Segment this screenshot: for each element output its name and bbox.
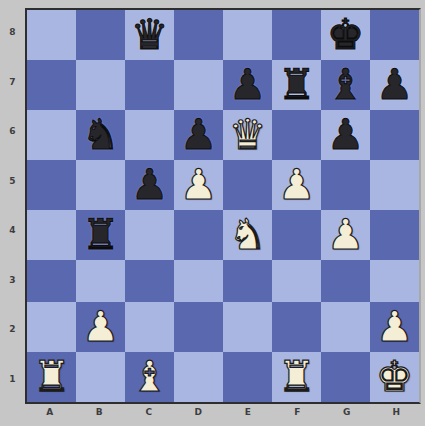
chess-board: ♛♚♟♜♝♟♞♟♛♟♟♟♟♜♞♟♟♟♜♝♜♚ <box>25 8 421 404</box>
square-h2[interactable]: ♟ <box>370 302 419 352</box>
square-h1[interactable]: ♚ <box>370 352 419 402</box>
square-c3[interactable] <box>125 260 174 302</box>
piece-black-rook-f7[interactable]: ♜ <box>272 60 321 110</box>
square-e8[interactable] <box>223 10 272 60</box>
piece-white-pawn-h2[interactable]: ♟ <box>370 302 419 352</box>
piece-black-bishop-g7[interactable]: ♝ <box>321 60 370 110</box>
square-a2[interactable] <box>27 302 76 352</box>
square-f4[interactable] <box>272 210 321 260</box>
square-e3[interactable] <box>223 260 272 302</box>
piece-white-queen-e6[interactable]: ♛ <box>223 110 272 160</box>
square-b1[interactable] <box>76 352 125 402</box>
square-g5[interactable] <box>321 160 370 210</box>
file-label-b: B <box>75 404 125 424</box>
rank-label-6: 6 <box>0 107 25 157</box>
square-f3[interactable] <box>272 260 321 302</box>
square-e2[interactable] <box>223 302 272 352</box>
square-c4[interactable] <box>125 210 174 260</box>
rank-label-1: 1 <box>0 355 25 405</box>
square-e1[interactable] <box>223 352 272 402</box>
piece-white-knight-e4[interactable]: ♞ <box>223 210 272 260</box>
rank-label-3: 3 <box>0 256 25 306</box>
rank-label-2: 2 <box>0 305 25 355</box>
square-c6[interactable] <box>125 110 174 160</box>
square-c8[interactable]: ♛ <box>125 10 174 60</box>
square-c7[interactable] <box>125 60 174 110</box>
square-d8[interactable] <box>174 10 223 60</box>
piece-black-knight-b6[interactable]: ♞ <box>76 110 125 160</box>
piece-black-pawn-e7[interactable]: ♟ <box>223 60 272 110</box>
piece-white-pawn-f5[interactable]: ♟ <box>272 160 321 210</box>
square-f2[interactable] <box>272 302 321 352</box>
piece-black-rook-b4[interactable]: ♜ <box>76 210 125 260</box>
piece-black-pawn-h7[interactable]: ♟ <box>370 60 419 110</box>
piece-white-rook-a1[interactable]: ♜ <box>27 352 76 402</box>
square-a6[interactable] <box>27 110 76 160</box>
square-c1[interactable]: ♝ <box>125 352 174 402</box>
square-h5[interactable] <box>370 160 419 210</box>
square-a4[interactable] <box>27 210 76 260</box>
piece-white-pawn-b2[interactable]: ♟ <box>76 302 125 352</box>
file-label-c: C <box>124 404 174 424</box>
square-e4[interactable]: ♞ <box>223 210 272 260</box>
square-g8[interactable]: ♚ <box>321 10 370 60</box>
square-h6[interactable] <box>370 110 419 160</box>
piece-black-queen-c8[interactable]: ♛ <box>125 10 174 60</box>
piece-white-pawn-g4[interactable]: ♟ <box>321 210 370 260</box>
square-c5[interactable]: ♟ <box>125 160 174 210</box>
file-label-f: F <box>273 404 323 424</box>
piece-black-king-g8[interactable]: ♚ <box>321 10 370 60</box>
square-b2[interactable]: ♟ <box>76 302 125 352</box>
square-a8[interactable] <box>27 10 76 60</box>
square-d7[interactable] <box>174 60 223 110</box>
chess-board-window: 87654321 ♛♚♟♜♝♟♞♟♛♟♟♟♟♜♞♟♟♟♜♝♜♚ ABCDEFGH <box>0 0 425 426</box>
square-f6[interactable] <box>272 110 321 160</box>
piece-black-pawn-c5[interactable]: ♟ <box>125 160 174 210</box>
square-f5[interactable]: ♟ <box>272 160 321 210</box>
piece-black-pawn-d6[interactable]: ♟ <box>174 110 223 160</box>
square-g7[interactable]: ♝ <box>321 60 370 110</box>
square-b8[interactable] <box>76 10 125 60</box>
square-h7[interactable]: ♟ <box>370 60 419 110</box>
square-a1[interactable]: ♜ <box>27 352 76 402</box>
square-g2[interactable] <box>321 302 370 352</box>
square-h8[interactable] <box>370 10 419 60</box>
square-d4[interactable] <box>174 210 223 260</box>
square-e6[interactable]: ♛ <box>223 110 272 160</box>
square-f8[interactable] <box>272 10 321 60</box>
square-h3[interactable] <box>370 260 419 302</box>
piece-black-pawn-g6[interactable]: ♟ <box>321 110 370 160</box>
rank-label-4: 4 <box>0 206 25 256</box>
square-g1[interactable] <box>321 352 370 402</box>
square-f7[interactable]: ♜ <box>272 60 321 110</box>
square-d6[interactable]: ♟ <box>174 110 223 160</box>
square-d1[interactable] <box>174 352 223 402</box>
file-label-e: E <box>223 404 273 424</box>
square-b5[interactable] <box>76 160 125 210</box>
square-d2[interactable] <box>174 302 223 352</box>
square-a5[interactable] <box>27 160 76 210</box>
file-label-a: A <box>25 404 75 424</box>
square-c2[interactable] <box>125 302 174 352</box>
rank-label-5: 5 <box>0 157 25 207</box>
file-label-d: D <box>174 404 224 424</box>
square-b7[interactable] <box>76 60 125 110</box>
square-e5[interactable] <box>223 160 272 210</box>
square-a7[interactable] <box>27 60 76 110</box>
square-d5[interactable]: ♟ <box>174 160 223 210</box>
file-labels: ABCDEFGH <box>25 404 421 424</box>
square-g3[interactable] <box>321 260 370 302</box>
square-b4[interactable]: ♜ <box>76 210 125 260</box>
square-g6[interactable]: ♟ <box>321 110 370 160</box>
square-b6[interactable]: ♞ <box>76 110 125 160</box>
square-f1[interactable]: ♜ <box>272 352 321 402</box>
square-e7[interactable]: ♟ <box>223 60 272 110</box>
file-label-g: G <box>322 404 372 424</box>
file-label-h: H <box>372 404 422 424</box>
rank-label-8: 8 <box>0 8 25 58</box>
piece-white-rook-f1[interactable]: ♜ <box>272 352 321 402</box>
piece-white-pawn-d5[interactable]: ♟ <box>174 160 223 210</box>
square-g4[interactable]: ♟ <box>321 210 370 260</box>
rank-labels: 87654321 <box>0 8 25 404</box>
piece-white-king-h1[interactable]: ♚ <box>370 352 419 402</box>
square-d3[interactable] <box>174 260 223 302</box>
piece-white-bishop-c1[interactable]: ♝ <box>125 352 174 402</box>
square-a3[interactable] <box>27 260 76 302</box>
square-b3[interactable] <box>76 260 125 302</box>
rank-label-7: 7 <box>0 58 25 108</box>
square-h4[interactable] <box>370 210 419 260</box>
